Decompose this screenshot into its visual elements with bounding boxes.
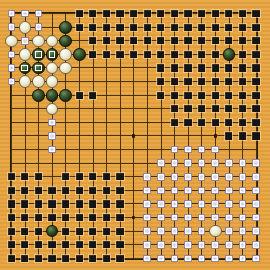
board-intersection[interactable] [195,170,209,184]
board-intersection[interactable] [222,252,236,266]
board-intersection[interactable] [113,48,127,62]
board-intersection[interactable] [113,197,127,211]
board-intersection[interactable] [45,7,59,21]
board-intersection[interactable] [195,184,209,198]
board-intersection[interactable] [222,7,236,21]
board-intersection[interactable] [5,184,19,198]
board-intersection[interactable] [168,184,182,198]
board-intersection[interactable] [100,143,114,157]
board-intersection[interactable] [154,61,168,75]
board-intersection[interactable] [113,34,127,48]
board-intersection[interactable] [168,88,182,102]
board-intersection[interactable] [86,224,100,238]
board-intersection[interactable] [59,61,73,75]
board-intersection[interactable] [32,211,46,225]
board-intersection[interactable] [154,48,168,62]
board-intersection[interactable] [100,88,114,102]
board-intersection[interactable] [72,238,86,252]
board-intersection[interactable] [100,129,114,143]
board-intersection[interactable] [86,184,100,198]
board-intersection[interactable] [249,197,263,211]
board-intersection[interactable] [18,34,32,48]
board-intersection[interactable] [236,7,250,21]
board-intersection[interactable] [45,238,59,252]
board-intersection[interactable] [168,7,182,21]
board-intersection[interactable] [59,129,73,143]
board-intersection[interactable] [32,7,46,21]
board-intersection[interactable] [140,34,154,48]
board-intersection[interactable] [86,156,100,170]
board-intersection[interactable] [59,184,73,198]
board-intersection[interactable] [72,61,86,75]
board-intersection[interactable] [32,224,46,238]
board-intersection[interactable] [32,88,46,102]
board-intersection[interactable] [127,7,141,21]
board-intersection[interactable] [195,116,209,130]
board-intersection[interactable] [236,88,250,102]
board-intersection[interactable] [140,116,154,130]
board-intersection[interactable] [59,88,73,102]
board-intersection[interactable] [32,184,46,198]
board-intersection[interactable] [18,211,32,225]
board-intersection[interactable] [236,252,250,266]
board-intersection[interactable] [154,224,168,238]
board-intersection[interactable] [86,48,100,62]
board-intersection[interactable] [222,61,236,75]
board-intersection[interactable] [154,20,168,34]
board-intersection[interactable] [86,7,100,21]
board-intersection[interactable] [140,129,154,143]
board-intersection[interactable] [154,197,168,211]
board-intersection[interactable] [72,211,86,225]
board-intersection[interactable] [100,20,114,34]
board-intersection[interactable] [18,184,32,198]
board-intersection[interactable] [140,252,154,266]
board-intersection[interactable] [208,88,222,102]
board-intersection[interactable] [100,252,114,266]
board-intersection[interactable] [100,197,114,211]
board-intersection[interactable] [249,48,263,62]
board-intersection[interactable] [140,102,154,116]
board-intersection[interactable] [59,48,73,62]
board-intersection[interactable] [45,20,59,34]
board-intersection[interactable] [181,224,195,238]
board-intersection[interactable] [127,238,141,252]
board-intersection[interactable] [236,224,250,238]
board-intersection[interactable] [208,224,222,238]
board-intersection[interactable] [222,211,236,225]
board-intersection[interactable] [249,238,263,252]
board-intersection[interactable] [208,170,222,184]
board-intersection[interactable] [195,88,209,102]
board-intersection[interactable] [127,88,141,102]
board-intersection[interactable] [18,156,32,170]
board-intersection[interactable] [249,143,263,157]
board-intersection[interactable] [168,34,182,48]
board-intersection[interactable] [100,224,114,238]
board-intersection[interactable] [18,129,32,143]
board-intersection[interactable] [100,7,114,21]
board-intersection[interactable] [168,102,182,116]
board-intersection[interactable] [5,116,19,130]
board-intersection[interactable] [59,143,73,157]
board-intersection[interactable] [236,20,250,34]
board-intersection[interactable] [45,156,59,170]
board-intersection[interactable] [208,156,222,170]
board-intersection[interactable] [181,88,195,102]
board-intersection[interactable] [100,184,114,198]
board-intersection[interactable] [222,238,236,252]
board-intersection[interactable] [154,184,168,198]
board-intersection[interactable] [140,197,154,211]
board-intersection[interactable] [5,170,19,184]
board-intersection[interactable] [59,20,73,34]
board-intersection[interactable] [236,211,250,225]
board-intersection[interactable] [154,143,168,157]
board-intersection[interactable] [72,197,86,211]
board-intersection[interactable] [32,20,46,34]
board-intersection[interactable] [208,252,222,266]
board-intersection[interactable] [249,170,263,184]
board-intersection[interactable] [100,170,114,184]
board-intersection[interactable] [45,252,59,266]
board-intersection[interactable] [45,197,59,211]
board-intersection[interactable] [18,170,32,184]
board-intersection[interactable] [154,238,168,252]
board-intersection[interactable] [195,211,209,225]
board-intersection[interactable] [195,143,209,157]
board-intersection[interactable] [127,61,141,75]
board-intersection[interactable] [100,75,114,89]
board-intersection[interactable] [86,102,100,116]
board-intersection[interactable] [59,211,73,225]
board-intersection[interactable] [208,75,222,89]
board-intersection[interactable] [72,156,86,170]
board-intersection[interactable] [140,156,154,170]
board-intersection[interactable] [249,20,263,34]
board-intersection[interactable] [140,61,154,75]
board-intersection[interactable] [154,211,168,225]
board-intersection[interactable] [127,102,141,116]
board-intersection[interactable] [72,143,86,157]
board-intersection[interactable] [127,48,141,62]
board-intersection[interactable] [86,20,100,34]
board-intersection[interactable] [127,75,141,89]
board-intersection[interactable] [154,34,168,48]
board-intersection[interactable] [113,129,127,143]
board-intersection[interactable] [140,170,154,184]
board-intersection[interactable] [181,252,195,266]
board-intersection[interactable] [181,102,195,116]
board-intersection[interactable] [86,129,100,143]
board-intersection[interactable] [168,197,182,211]
board-intersection[interactable] [18,7,32,21]
board-intersection[interactable] [72,48,86,62]
board-intersection[interactable] [100,34,114,48]
board-intersection[interactable] [59,34,73,48]
board-intersection[interactable] [195,20,209,34]
board-intersection[interactable] [32,129,46,143]
board-intersection[interactable] [45,61,59,75]
board-intersection[interactable] [86,34,100,48]
board-intersection[interactable] [45,143,59,157]
board-intersection[interactable] [222,20,236,34]
board-intersection[interactable] [249,88,263,102]
board-intersection[interactable] [195,34,209,48]
board-intersection[interactable] [113,116,127,130]
board-intersection[interactable] [140,143,154,157]
board-intersection[interactable] [86,211,100,225]
board-intersection[interactable] [113,20,127,34]
board-intersection[interactable] [5,211,19,225]
board-intersection[interactable] [18,75,32,89]
board-intersection[interactable] [181,211,195,225]
board-intersection[interactable] [113,88,127,102]
board-intersection[interactable] [154,102,168,116]
board-intersection[interactable] [113,7,127,21]
board-intersection[interactable] [222,184,236,198]
board-intersection[interactable] [208,238,222,252]
board-intersection[interactable] [208,184,222,198]
board-intersection[interactable] [208,197,222,211]
board-intersection[interactable] [45,34,59,48]
board-intersection[interactable] [154,7,168,21]
board-intersection[interactable] [32,116,46,130]
board-intersection[interactable] [86,252,100,266]
board-intersection[interactable] [59,75,73,89]
board-intersection[interactable] [140,224,154,238]
board-intersection[interactable] [18,143,32,157]
board-intersection[interactable] [113,184,127,198]
board-intersection[interactable] [86,88,100,102]
board-intersection[interactable] [59,7,73,21]
board-intersection[interactable] [222,197,236,211]
board-intersection[interactable] [168,238,182,252]
board-intersection[interactable] [222,156,236,170]
board-intersection[interactable] [154,88,168,102]
board-intersection[interactable] [113,170,127,184]
board-intersection[interactable] [45,211,59,225]
board-intersection[interactable] [32,156,46,170]
board-intersection[interactable] [59,170,73,184]
board-intersection[interactable] [32,102,46,116]
board-intersection[interactable] [5,75,19,89]
board-intersection[interactable] [45,184,59,198]
board-intersection[interactable] [208,211,222,225]
board-intersection[interactable] [181,143,195,157]
board-intersection[interactable] [72,88,86,102]
board-intersection[interactable] [195,252,209,266]
board-intersection[interactable] [236,156,250,170]
board-intersection[interactable] [113,156,127,170]
board-intersection[interactable] [45,88,59,102]
board-intersection[interactable] [72,20,86,34]
board-intersection[interactable] [249,252,263,266]
board-intersection[interactable] [86,238,100,252]
board-intersection[interactable] [18,252,32,266]
board-intersection[interactable] [154,156,168,170]
board-intersection[interactable] [181,34,195,48]
board-intersection[interactable] [195,75,209,89]
board-intersection[interactable] [236,48,250,62]
board-intersection[interactable] [5,88,19,102]
board-intersection[interactable] [32,61,46,75]
board-intersection[interactable] [168,75,182,89]
board-intersection[interactable] [5,102,19,116]
board-intersection[interactable] [181,116,195,130]
board-intersection[interactable] [168,143,182,157]
board-intersection[interactable] [168,156,182,170]
board-intersection[interactable] [181,48,195,62]
board-intersection[interactable] [195,61,209,75]
board-intersection[interactable] [18,224,32,238]
board-intersection[interactable] [18,48,32,62]
board-intersection[interactable] [236,129,250,143]
board-intersection[interactable] [168,224,182,238]
board-intersection[interactable] [208,7,222,21]
board-intersection[interactable] [168,116,182,130]
board-intersection[interactable] [18,102,32,116]
board-intersection[interactable] [113,238,127,252]
board-intersection[interactable] [113,252,127,266]
board-intersection[interactable] [140,7,154,21]
board-intersection[interactable] [72,129,86,143]
board-intersection[interactable] [208,129,222,143]
board-intersection[interactable] [127,156,141,170]
board-intersection[interactable] [127,20,141,34]
board-intersection[interactable] [5,143,19,157]
board-intersection[interactable] [127,197,141,211]
board-intersection[interactable] [113,224,127,238]
board-intersection[interactable] [45,102,59,116]
board-intersection[interactable] [249,156,263,170]
board-intersection[interactable] [127,224,141,238]
board-intersection[interactable] [168,20,182,34]
board-intersection[interactable] [140,211,154,225]
board-intersection[interactable] [5,129,19,143]
board-intersection[interactable] [208,116,222,130]
board-intersection[interactable] [45,170,59,184]
board-intersection[interactable] [86,197,100,211]
board-intersection[interactable] [195,129,209,143]
board-intersection[interactable] [140,75,154,89]
board-intersection[interactable] [154,116,168,130]
board-intersection[interactable] [195,48,209,62]
board-intersection[interactable] [59,197,73,211]
board-intersection[interactable] [5,238,19,252]
board-intersection[interactable] [181,75,195,89]
board-intersection[interactable] [32,170,46,184]
board-intersection[interactable] [181,7,195,21]
board-intersection[interactable] [208,143,222,157]
board-intersection[interactable] [154,170,168,184]
board-intersection[interactable] [195,224,209,238]
board-intersection[interactable] [72,116,86,130]
board-intersection[interactable] [5,61,19,75]
board-intersection[interactable] [168,61,182,75]
board-intersection[interactable] [154,252,168,266]
board-intersection[interactable] [236,34,250,48]
board-intersection[interactable] [32,48,46,62]
board-intersection[interactable] [127,129,141,143]
board-intersection[interactable] [208,102,222,116]
board-intersection[interactable] [208,34,222,48]
board-intersection[interactable] [72,102,86,116]
board-intersection[interactable] [5,7,19,21]
board-intersection[interactable] [140,184,154,198]
board-intersection[interactable] [222,170,236,184]
board-intersection[interactable] [45,224,59,238]
board-intersection[interactable] [72,224,86,238]
board-intersection[interactable] [86,61,100,75]
board-intersection[interactable] [127,184,141,198]
board-intersection[interactable] [181,197,195,211]
board-intersection[interactable] [45,48,59,62]
board-intersection[interactable] [195,238,209,252]
board-intersection[interactable] [181,61,195,75]
board-intersection[interactable] [45,116,59,130]
board-intersection[interactable] [32,75,46,89]
board-intersection[interactable] [5,156,19,170]
board-intersection[interactable] [127,252,141,266]
board-intersection[interactable] [249,75,263,89]
board-intersection[interactable] [18,88,32,102]
board-intersection[interactable] [100,102,114,116]
board-intersection[interactable] [236,102,250,116]
board-intersection[interactable] [59,116,73,130]
board-intersection[interactable] [249,116,263,130]
board-intersection[interactable] [181,20,195,34]
board-intersection[interactable] [113,211,127,225]
board-intersection[interactable] [236,170,250,184]
board-intersection[interactable] [168,129,182,143]
board-intersection[interactable] [18,20,32,34]
board-intersection[interactable] [249,34,263,48]
board-intersection[interactable] [249,129,263,143]
board-intersection[interactable] [168,48,182,62]
board-intersection[interactable] [249,7,263,21]
board-intersection[interactable] [100,211,114,225]
board-intersection[interactable] [222,224,236,238]
board-intersection[interactable] [59,102,73,116]
board-intersection[interactable] [127,143,141,157]
board-intersection[interactable] [45,75,59,89]
board-intersection[interactable] [32,34,46,48]
board-intersection[interactable] [236,61,250,75]
board-intersection[interactable] [181,238,195,252]
board-intersection[interactable] [168,211,182,225]
board-intersection[interactable] [222,102,236,116]
board-intersection[interactable] [100,238,114,252]
board-intersection[interactable] [72,170,86,184]
board-intersection[interactable] [236,238,250,252]
board-intersection[interactable] [222,129,236,143]
board-intersection[interactable] [100,116,114,130]
board-intersection[interactable] [168,170,182,184]
board-intersection[interactable] [72,34,86,48]
board-intersection[interactable] [236,75,250,89]
board-intersection[interactable] [236,116,250,130]
board-intersection[interactable] [72,184,86,198]
board-intersection[interactable] [140,48,154,62]
board-intersection[interactable] [181,156,195,170]
board-intersection[interactable] [222,143,236,157]
board-intersection[interactable] [140,238,154,252]
board-intersection[interactable] [18,238,32,252]
board-intersection[interactable] [5,197,19,211]
board-intersection[interactable] [72,75,86,89]
board-intersection[interactable] [249,211,263,225]
